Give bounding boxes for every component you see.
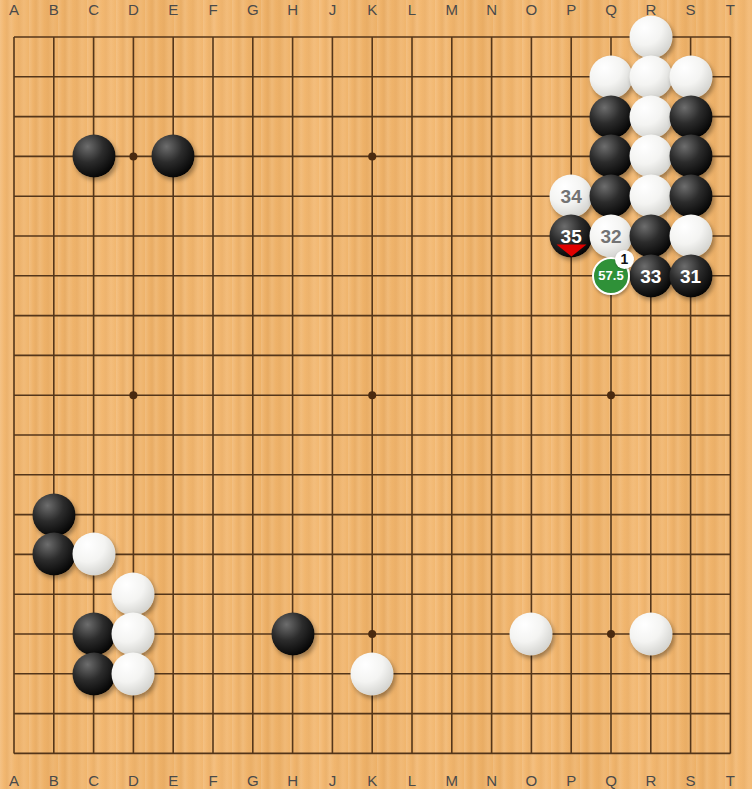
star-point bbox=[368, 391, 376, 399]
stone-white-R19 bbox=[629, 16, 672, 59]
move-number: 32 bbox=[600, 227, 621, 246]
stone-white-R15 bbox=[629, 175, 672, 218]
coord-label-bottom-N: N bbox=[478, 772, 506, 789]
star-point bbox=[129, 152, 137, 160]
stone-white-O4 bbox=[510, 613, 553, 656]
stone-black-S17 bbox=[669, 95, 712, 138]
coord-label-bottom-C: C bbox=[80, 772, 108, 789]
coord-label-top-P: P bbox=[557, 1, 585, 18]
star-point bbox=[129, 391, 137, 399]
coord-label-top-S: S bbox=[677, 1, 705, 18]
stone-black-Q17 bbox=[590, 95, 633, 138]
star-point bbox=[607, 391, 615, 399]
coord-label-top-T: T bbox=[716, 1, 744, 18]
coord-label-top-H: H bbox=[279, 1, 307, 18]
star-point bbox=[368, 630, 376, 638]
coord-label-top-L: L bbox=[398, 1, 426, 18]
coord-label-top-Q: Q bbox=[597, 1, 625, 18]
coord-label-top-C: C bbox=[80, 1, 108, 18]
move-number: 31 bbox=[680, 266, 701, 285]
coord-label-top-E: E bbox=[159, 1, 187, 18]
coord-label-top-N: N bbox=[478, 1, 506, 18]
coord-label-bottom-A: A bbox=[0, 772, 28, 789]
coord-label-bottom-O: O bbox=[517, 772, 545, 789]
coord-label-top-M: M bbox=[438, 1, 466, 18]
suggestion-rank-badge: 1 bbox=[615, 250, 634, 269]
coord-label-top-B: B bbox=[40, 1, 68, 18]
coord-label-top-K: K bbox=[358, 1, 386, 18]
stone-black-Q16 bbox=[590, 135, 633, 178]
star-point bbox=[607, 630, 615, 638]
coord-label-bottom-K: K bbox=[358, 772, 386, 789]
coord-label-top-A: A bbox=[0, 1, 28, 18]
move-number: 34 bbox=[561, 187, 582, 206]
stone-white-K3 bbox=[351, 652, 394, 695]
coord-label-bottom-G: G bbox=[239, 772, 267, 789]
stone-black-C3 bbox=[72, 652, 115, 695]
coord-label-top-J: J bbox=[318, 1, 346, 18]
stone-white-S18 bbox=[669, 55, 712, 98]
stone-white-D4 bbox=[112, 613, 155, 656]
stone-white-D5 bbox=[112, 573, 155, 616]
stone-white-D3 bbox=[112, 652, 155, 695]
stone-black-C4 bbox=[72, 613, 115, 656]
stone-black-P14: 35 bbox=[550, 215, 593, 258]
move-number: 35 bbox=[561, 227, 582, 246]
coord-label-bottom-F: F bbox=[199, 772, 227, 789]
stone-white-S14 bbox=[669, 215, 712, 258]
stone-white-R4 bbox=[629, 613, 672, 656]
star-point bbox=[368, 152, 376, 160]
stone-black-R14 bbox=[629, 215, 672, 258]
stone-black-R13: 33 bbox=[629, 254, 672, 297]
stone-white-C6 bbox=[72, 533, 115, 576]
stone-black-B7 bbox=[32, 493, 75, 536]
stone-white-Q18 bbox=[590, 55, 633, 98]
stone-black-Q15 bbox=[590, 175, 633, 218]
coord-label-bottom-T: T bbox=[716, 772, 744, 789]
stone-black-H4 bbox=[271, 613, 314, 656]
coord-label-bottom-J: J bbox=[318, 772, 346, 789]
stone-black-S15 bbox=[669, 175, 712, 218]
stone-white-R18 bbox=[629, 55, 672, 98]
coord-label-top-G: G bbox=[239, 1, 267, 18]
coord-label-top-F: F bbox=[199, 1, 227, 18]
stone-black-S13: 31 bbox=[669, 254, 712, 297]
stone-white-R16 bbox=[629, 135, 672, 178]
coord-label-bottom-D: D bbox=[119, 772, 147, 789]
coord-label-top-D: D bbox=[119, 1, 147, 18]
coord-label-bottom-B: B bbox=[40, 772, 68, 789]
coord-label-bottom-P: P bbox=[557, 772, 585, 789]
stone-white-P15: 34 bbox=[550, 175, 593, 218]
coord-label-bottom-R: R bbox=[637, 772, 665, 789]
coord-label-bottom-E: E bbox=[159, 772, 187, 789]
coord-label-bottom-H: H bbox=[279, 772, 307, 789]
coord-label-bottom-Q: Q bbox=[597, 772, 625, 789]
coord-label-bottom-L: L bbox=[398, 772, 426, 789]
suggested-move-Q13[interactable]: 57.51 bbox=[592, 257, 630, 295]
go-board[interactable]: ABCDEFGHJKLMNOPQRST ABCDEFGHJKLMNOPQRST … bbox=[0, 0, 752, 789]
coord-label-top-O: O bbox=[517, 1, 545, 18]
stone-black-B6 bbox=[32, 533, 75, 576]
stone-white-R17 bbox=[629, 95, 672, 138]
stone-black-S16 bbox=[669, 135, 712, 178]
stone-black-E16 bbox=[152, 135, 195, 178]
coord-label-bottom-S: S bbox=[677, 772, 705, 789]
stone-black-C16 bbox=[72, 135, 115, 178]
move-number: 33 bbox=[640, 266, 661, 285]
coord-label-bottom-M: M bbox=[438, 772, 466, 789]
